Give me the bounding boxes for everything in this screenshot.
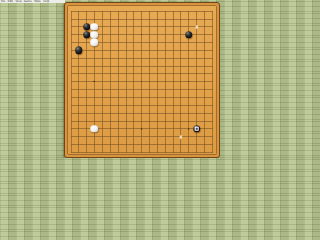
grid-line-horizontal (71, 89, 213, 90)
last-move-marker (194, 126, 199, 131)
menu-item-view[interactable]: View (15, 0, 21, 3)
black-stone-C17 (83, 23, 91, 31)
grid-line-vertical (204, 11, 205, 153)
go-board[interactable] (64, 2, 220, 158)
app-window: { "app": { "background": "green-tatami-m… (0, 0, 280, 158)
grid-line-vertical (180, 11, 181, 153)
grid-line-vertical (71, 11, 72, 153)
grid-line-horizontal (71, 152, 213, 153)
grid-line-horizontal (71, 58, 213, 59)
grid-line-horizontal (71, 73, 213, 74)
menu-item-tools[interactable]: Tools (34, 0, 40, 3)
grid-line-vertical (118, 11, 119, 153)
menu-item-file[interactable]: File (1, 0, 5, 3)
menu-bar: FileEditViewGameToolsHelp (0, 0, 65, 3)
grid-line-vertical (110, 11, 111, 153)
grid-line-horizontal (71, 19, 213, 20)
black-stone-Q16 (185, 31, 193, 39)
star-point-Q10 (188, 81, 190, 83)
grid-line-vertical (212, 11, 213, 153)
highlight-mark-R17 (195, 25, 198, 28)
grid-line-horizontal (71, 50, 213, 51)
menu-item-game[interactable]: Game (24, 0, 32, 3)
grid-line-horizontal (71, 121, 213, 122)
menu-item-help[interactable]: Help (43, 0, 49, 3)
grid-line-vertical (165, 11, 166, 153)
grid-line-horizontal (71, 11, 213, 12)
white-stone-D16 (91, 31, 99, 39)
grid-line-vertical (133, 11, 134, 153)
grid-line-vertical (157, 11, 158, 153)
grid-line-horizontal (71, 136, 213, 137)
grid-line-horizontal (71, 113, 213, 114)
white-stone-D15 (91, 39, 99, 47)
white-stone-D17 (91, 23, 99, 31)
star-point-D10 (94, 81, 96, 83)
star-point-Q4 (188, 128, 190, 130)
black-stone-C16 (83, 31, 91, 39)
grid-line-horizontal (71, 97, 213, 98)
grid-line-vertical (78, 11, 79, 153)
grid-line-horizontal (71, 144, 213, 145)
grid-line-vertical (173, 11, 174, 153)
grid-line-horizontal (71, 105, 213, 106)
menu-item-edit[interactable]: Edit (8, 0, 13, 3)
grid-line-horizontal (71, 66, 213, 67)
grid-line-vertical (102, 11, 103, 153)
black-stone-B14 (75, 46, 83, 54)
star-point-K10 (141, 81, 143, 83)
star-point-K4 (141, 128, 143, 130)
grid-line-vertical (126, 11, 127, 153)
white-stone-D4 (91, 125, 99, 133)
star-point-K16 (141, 34, 143, 36)
grid-line-vertical (149, 11, 150, 153)
